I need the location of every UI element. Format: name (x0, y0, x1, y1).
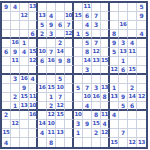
cell-r13c6[interactable]: 12 (47, 111, 56, 120)
cell-r10c14[interactable] (119, 84, 128, 93)
cell-r11c6[interactable]: 1 (47, 93, 56, 102)
cell-r14c12[interactable]: 4 (101, 120, 110, 129)
cell-r2c8[interactable]: 10 (65, 12, 74, 21)
cell-r10c13[interactable]: 1 (110, 84, 119, 93)
cell-r3c15[interactable] (128, 21, 137, 30)
cell-r14c10[interactable]: 9 (83, 120, 92, 129)
cell-r6c15[interactable]: 11 (128, 48, 137, 57)
cell-r8c5[interactable] (38, 66, 47, 75)
cell-r12c2[interactable]: 1 (11, 102, 20, 111)
cell-r14c11[interactable]: 15 (92, 120, 101, 129)
cell-r11c14[interactable]: 9 (119, 93, 128, 102)
cell-r11c10[interactable]: 10 (83, 93, 92, 102)
cell-r14c2[interactable]: 12 (11, 120, 20, 129)
cell-r9c14[interactable] (119, 75, 128, 84)
cell-r8c11[interactable] (92, 66, 101, 75)
cell-r4c15[interactable] (128, 30, 137, 39)
cell-r15c13[interactable] (110, 129, 119, 138)
cell-r11c7[interactable]: 7 (56, 93, 65, 102)
cell-r14c16[interactable] (137, 120, 146, 129)
cell-r8c14[interactable]: 6 (119, 66, 128, 75)
cell-r13c13[interactable]: 4 (110, 111, 119, 120)
cell-r16c8[interactable] (65, 138, 74, 147)
cell-r5c12[interactable] (101, 39, 110, 48)
cell-r15c12[interactable]: 12 (101, 129, 110, 138)
cell-r12c10[interactable]: 4 (83, 102, 92, 111)
cell-r4c9[interactable]: 1 (74, 30, 83, 39)
cell-r4c4[interactable]: 6 (29, 30, 38, 39)
cell-r15c15[interactable] (128, 129, 137, 138)
cell-r14c4[interactable] (29, 120, 38, 129)
cell-r6c8[interactable] (65, 48, 74, 57)
cell-r4c16[interactable]: 4 (137, 30, 146, 39)
cell-r16c6[interactable]: 8 (47, 138, 56, 147)
cell-r3c1[interactable] (2, 21, 11, 30)
cell-r12c11[interactable] (92, 102, 101, 111)
cell-r14c3[interactable] (20, 120, 29, 129)
cell-r9c16[interactable] (137, 75, 146, 84)
cell-r9c4[interactable]: 4 (29, 75, 38, 84)
cell-r9c7[interactable]: 5 (56, 75, 65, 84)
cell-r8c15[interactable]: 15 (128, 66, 137, 75)
cell-r3c11[interactable]: 3 (92, 21, 101, 30)
cell-r11c15[interactable]: 14 (128, 93, 137, 102)
cell-r13c15[interactable] (128, 111, 137, 120)
cell-r14c6[interactable]: 10 (47, 120, 56, 129)
cell-r6c11[interactable]: 12 (92, 48, 101, 57)
cell-r8c16[interactable] (137, 66, 146, 75)
cell-r13c12[interactable]: 11 (101, 111, 110, 120)
cell-r11c4[interactable]: 11 (29, 93, 38, 102)
cell-r11c3[interactable]: 15 (20, 93, 29, 102)
cell-r16c2[interactable] (11, 138, 20, 147)
cell-r1c11[interactable] (92, 3, 101, 12)
cell-r3c14[interactable]: 16 (119, 21, 128, 30)
cell-r4c14[interactable] (119, 30, 128, 39)
cell-r2c2[interactable] (11, 12, 20, 21)
cell-r14c13[interactable] (110, 120, 119, 129)
cell-r11c9[interactable] (74, 93, 83, 102)
cell-r9c3[interactable]: 16 (20, 75, 29, 84)
cell-r13c10[interactable] (83, 111, 92, 120)
cell-r13c5[interactable] (38, 111, 47, 120)
cell-r1c10[interactable]: 11 (83, 3, 92, 12)
cell-r5c5[interactable] (38, 39, 47, 48)
cell-r15c11[interactable]: 2 (92, 129, 101, 138)
cell-r16c10[interactable] (83, 138, 92, 147)
cell-r15c1[interactable]: 15 (2, 129, 11, 138)
cell-r9c8[interactable] (65, 75, 74, 84)
cell-r1c7[interactable] (56, 3, 65, 12)
cell-r2c12[interactable] (101, 12, 110, 21)
cell-r12c8[interactable] (65, 102, 74, 111)
cell-r5c11[interactable]: 7 (92, 39, 101, 48)
cell-r7c12[interactable]: 15 (101, 57, 110, 66)
cell-r12c7[interactable]: 12 (56, 102, 65, 111)
cell-r15c4[interactable] (29, 129, 38, 138)
cell-r10c2[interactable] (11, 84, 20, 93)
cell-r5c4[interactable] (29, 39, 38, 48)
cell-r1c4[interactable]: 13 (29, 3, 38, 12)
cell-r1c9[interactable] (74, 3, 83, 12)
cell-r12c16[interactable] (137, 102, 146, 111)
cell-r10c4[interactable] (29, 84, 38, 93)
cell-r12c3[interactable]: 13 (20, 102, 29, 111)
cell-r8c9[interactable] (74, 66, 83, 75)
cell-r4c2[interactable] (11, 30, 20, 39)
cell-r1c14[interactable] (119, 3, 128, 12)
cell-r10c15[interactable]: 2 (128, 84, 137, 93)
cell-r15c16[interactable] (137, 129, 146, 138)
cell-r14c1[interactable] (2, 120, 11, 129)
cell-r7c2[interactable]: 11 (11, 57, 20, 66)
cell-r4c10[interactable]: 5 (83, 30, 92, 39)
cell-r3c12[interactable] (101, 21, 110, 30)
cell-r6c14[interactable]: 13 (119, 48, 128, 57)
cell-r16c14[interactable] (119, 138, 128, 147)
cell-r14c7[interactable] (56, 120, 65, 129)
cell-r7c5[interactable]: 6 (38, 57, 47, 66)
cell-r3c2[interactable] (11, 21, 20, 30)
cell-r7c4[interactable]: 12 (29, 57, 38, 66)
cell-r8c8[interactable] (65, 66, 74, 75)
cell-r13c3[interactable] (20, 111, 29, 120)
cell-r15c7[interactable]: 13 (56, 129, 65, 138)
cell-r16c3[interactable] (20, 138, 29, 147)
cell-r10c12[interactable]: 13 (101, 84, 110, 93)
cell-r2c1[interactable] (2, 12, 11, 21)
cell-r10c8[interactable] (65, 84, 74, 93)
cell-r15c9[interactable]: 1 (74, 129, 83, 138)
cell-r8c2[interactable] (11, 66, 20, 75)
cell-r2c4[interactable] (29, 12, 38, 21)
cell-r9c2[interactable]: 3 (11, 75, 20, 84)
cell-r12c6[interactable]: 2 (47, 102, 56, 111)
cell-r11c16[interactable]: 12 (137, 93, 146, 102)
cell-r9c1[interactable] (2, 75, 11, 84)
cell-r6c13[interactable]: 5 (110, 48, 119, 57)
cell-r16c9[interactable] (74, 138, 83, 147)
cell-r2c9[interactable]: 15 (74, 12, 83, 21)
cell-r6c6[interactable]: 7 (47, 48, 56, 57)
cell-r2c3[interactable]: 12 (20, 12, 29, 21)
cell-r16c5[interactable] (38, 138, 47, 147)
cell-r7c11[interactable]: 13 (92, 57, 101, 66)
cell-r1c6[interactable] (47, 3, 56, 12)
cell-r13c11[interactable]: 8 (92, 111, 101, 120)
cell-r15c5[interactable]: 4 (38, 129, 47, 138)
cell-r12c15[interactable]: 6 (128, 102, 137, 111)
cell-r16c4[interactable] (29, 138, 38, 147)
cell-r2c10[interactable]: 6 (83, 12, 92, 21)
cell-r3c9[interactable] (74, 21, 83, 30)
cell-r12c12[interactable] (101, 102, 110, 111)
cell-r7c6[interactable]: 16 (47, 57, 56, 66)
cell-r12c9[interactable] (74, 102, 83, 111)
cell-r9c6[interactable] (47, 75, 56, 84)
cell-r10c3[interactable]: 9 (20, 84, 29, 93)
cell-r5c10[interactable]: 5 (83, 39, 92, 48)
cell-r5c1[interactable] (2, 39, 11, 48)
cell-r6c4[interactable]: 15 (29, 48, 38, 57)
cell-r5c13[interactable]: 9 (110, 39, 119, 48)
cell-r7c16[interactable] (137, 57, 146, 66)
cell-r13c14[interactable] (119, 111, 128, 120)
cell-r4c3[interactable] (20, 30, 29, 39)
cell-r7c8[interactable]: 8 (65, 57, 74, 66)
cell-r5c2[interactable]: 16 (11, 39, 20, 48)
cell-r15c10[interactable] (83, 129, 92, 138)
cell-r8c4[interactable] (29, 66, 38, 75)
cell-r15c6[interactable]: 11 (47, 129, 56, 138)
cell-r5c14[interactable]: 3 (119, 39, 128, 48)
cell-r13c2[interactable] (11, 111, 20, 120)
cell-r6c5[interactable]: 10 (38, 48, 47, 57)
cell-r8c3[interactable] (20, 66, 29, 75)
cell-r1c3[interactable] (20, 3, 29, 12)
cell-r7c7[interactable]: 9 (56, 57, 65, 66)
cell-r6c3[interactable]: 4 (20, 48, 29, 57)
cell-r4c12[interactable] (101, 30, 110, 39)
cell-r12c14[interactable]: 5 (119, 102, 128, 111)
cell-r11c12[interactable]: 8 (101, 93, 110, 102)
cell-r5c9[interactable] (74, 39, 83, 48)
cell-r12c5[interactable] (38, 102, 47, 111)
cell-r5c8[interactable] (65, 39, 74, 48)
cell-r7c9[interactable] (74, 57, 83, 66)
cell-r10c16[interactable] (137, 84, 146, 93)
cell-r2c5[interactable]: 13 (38, 12, 47, 21)
cell-r16c11[interactable] (92, 138, 101, 147)
cell-r16c15[interactable]: 12 (128, 138, 137, 147)
cell-r10c11[interactable]: 3 (92, 84, 101, 93)
cell-r9c5[interactable] (38, 75, 47, 84)
cell-r3c6[interactable]: 9 (47, 21, 56, 30)
cell-r2c11[interactable]: 7 (92, 12, 101, 21)
cell-r7c10[interactable]: 14 (83, 57, 92, 66)
cell-r15c8[interactable] (65, 129, 74, 138)
cell-r6c16[interactable] (137, 48, 146, 57)
cell-r3c8[interactable]: 7 (65, 21, 74, 30)
cell-r5c7[interactable]: 2 (56, 39, 65, 48)
cell-r5c3[interactable]: 1 (20, 39, 29, 48)
cell-r5c16[interactable] (137, 39, 146, 48)
cell-r13c7[interactable]: 15 (56, 111, 65, 120)
cell-r6c2[interactable]: 9 (11, 48, 20, 57)
cell-r8c6[interactable] (47, 66, 56, 75)
cell-r6c12[interactable] (101, 48, 110, 57)
cell-r16c7[interactable] (56, 138, 65, 147)
cell-r3c5[interactable]: 5 (38, 21, 47, 30)
cell-r9c15[interactable] (128, 75, 137, 84)
cell-r8c7[interactable] (56, 66, 65, 75)
cell-r6c7[interactable]: 14 (56, 48, 65, 57)
cell-r2c14[interactable] (119, 12, 128, 21)
cell-r14c15[interactable] (128, 120, 137, 129)
cell-r7c3[interactable] (20, 57, 29, 66)
cell-r2c16[interactable]: 9 (137, 12, 146, 21)
cell-r9c9[interactable] (74, 75, 83, 84)
sudoku-16x16-board: 9413115121341015679596743166231215841612… (0, 1, 148, 149)
cell-r13c9[interactable]: 10 (74, 111, 83, 120)
cell-r4c11[interactable] (92, 30, 101, 39)
cell-r10c6[interactable]: 15 (47, 84, 56, 93)
cell-r10c10[interactable]: 7 (83, 84, 92, 93)
cell-r1c16[interactable]: 5 (137, 3, 146, 12)
cell-r1c5[interactable] (38, 3, 47, 12)
cell-r16c13[interactable]: 15 (110, 138, 119, 147)
cell-r5c15[interactable]: 4 (128, 39, 137, 48)
cell-r14c14[interactable] (119, 120, 128, 129)
cell-r14c5[interactable]: 14 (38, 120, 47, 129)
cell-r7c15[interactable] (128, 57, 137, 66)
cell-r8c10[interactable]: 3 (83, 66, 92, 75)
cell-r13c4[interactable]: 16 (29, 111, 38, 120)
cell-r1c13[interactable] (110, 3, 119, 12)
cell-r11c11[interactable]: 16 (92, 93, 101, 102)
cell-r10c7[interactable]: 10 (56, 84, 65, 93)
cell-r3c16[interactable] (137, 21, 146, 30)
cell-r4c13[interactable]: 8 (110, 30, 119, 39)
cell-r13c16[interactable] (137, 111, 146, 120)
cell-r12c4[interactable]: 10 (29, 102, 38, 111)
cell-r7c14[interactable]: 1 (119, 57, 128, 66)
cell-r3c13[interactable] (110, 21, 119, 30)
cell-r2c6[interactable]: 4 (47, 12, 56, 21)
cell-r16c16[interactable]: 13 (137, 138, 146, 147)
cell-r3c3[interactable] (20, 21, 29, 30)
cell-r3c10[interactable]: 4 (83, 21, 92, 30)
cell-r11c1[interactable] (2, 93, 11, 102)
cell-r6c1[interactable]: 6 (2, 48, 11, 57)
cell-r7c13[interactable] (110, 57, 119, 66)
cell-r11c2[interactable]: 2 (11, 93, 20, 102)
cell-r4c6[interactable]: 3 (47, 30, 56, 39)
cell-r1c2[interactable]: 4 (11, 3, 20, 12)
cell-r8c13[interactable]: 12 (110, 66, 119, 75)
cell-r7c1[interactable] (2, 57, 11, 66)
cell-r15c14[interactable]: 7 (119, 129, 128, 138)
cell-r11c13[interactable]: 13 (110, 93, 119, 102)
cell-r6c10[interactable]: 8 (83, 48, 92, 57)
cell-r3c4[interactable] (29, 21, 38, 30)
cell-r2c13[interactable] (110, 12, 119, 21)
cell-r1c8[interactable] (65, 3, 74, 12)
cell-r4c8[interactable]: 12 (65, 30, 74, 39)
cell-r4c5[interactable]: 2 (38, 30, 47, 39)
cell-r16c1[interactable]: 4 (2, 138, 11, 147)
cell-r10c9[interactable]: 5 (74, 84, 83, 93)
cell-r1c15[interactable] (128, 3, 137, 12)
cell-r15c2[interactable] (11, 129, 20, 138)
cell-r13c1[interactable]: 2 (2, 111, 11, 120)
cell-r8c1[interactable] (2, 66, 11, 75)
cell-r16c12[interactable] (101, 138, 110, 147)
cell-r13c8[interactable] (65, 111, 74, 120)
cell-r11c5[interactable] (38, 93, 47, 102)
cell-r12c1[interactable] (2, 102, 11, 111)
cell-r11c8[interactable] (65, 93, 74, 102)
cell-r12c13[interactable] (110, 102, 119, 111)
cell-r3c7[interactable]: 6 (56, 21, 65, 30)
cell-r4c1[interactable] (2, 30, 11, 39)
cell-r14c8[interactable] (65, 120, 74, 129)
cell-r8c12[interactable] (101, 66, 110, 75)
cell-r9c11[interactable] (92, 75, 101, 84)
cell-r9c10[interactable] (83, 75, 92, 84)
cell-r9c12[interactable] (101, 75, 110, 84)
cell-r1c12[interactable] (101, 3, 110, 12)
cell-r5c6[interactable] (47, 39, 56, 48)
cell-r6c9[interactable] (74, 48, 83, 57)
cell-r15c3[interactable] (20, 129, 29, 138)
cell-r2c15[interactable] (128, 12, 137, 21)
cell-r14c9[interactable]: 3 (74, 120, 83, 129)
cell-r9c13[interactable] (110, 75, 119, 84)
cell-r1c1[interactable]: 9 (2, 3, 11, 12)
cell-r4c7[interactable] (56, 30, 65, 39)
cell-r2c7[interactable] (56, 12, 65, 21)
cell-r10c5[interactable]: 16 (38, 84, 47, 93)
cell-r10c1[interactable] (2, 84, 11, 93)
